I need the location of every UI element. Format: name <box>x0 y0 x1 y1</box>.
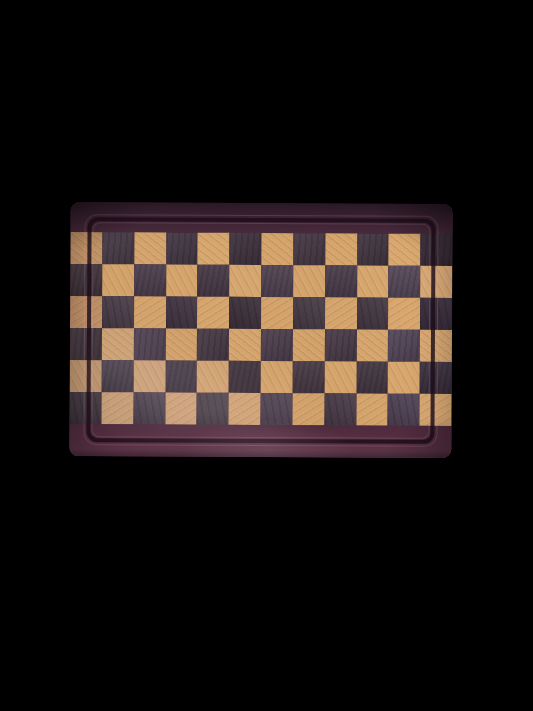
board-square-r3c4 <box>166 297 198 329</box>
board-square-r2c4 <box>166 265 198 297</box>
board-square-r2c2 <box>102 264 134 296</box>
board-square-r1c6 <box>229 233 261 265</box>
board-square-r5c5 <box>197 361 229 393</box>
board-square-r5c1 <box>70 360 102 392</box>
cutting-board <box>69 202 452 458</box>
board-square-r1c9 <box>325 233 357 265</box>
board-square-r3c9 <box>325 297 357 329</box>
board-square-r2c10 <box>357 266 389 298</box>
board-border-top <box>71 202 453 234</box>
photo-background <box>0 0 533 711</box>
board-square-r6c10 <box>356 393 388 425</box>
board-square-r6c11 <box>388 394 420 426</box>
board-square-r4c12 <box>420 330 452 362</box>
checkerboard-field <box>70 232 453 426</box>
board-square-r6c7 <box>261 393 293 425</box>
board-square-r2c7 <box>261 265 293 297</box>
board-square-r3c2 <box>102 296 134 328</box>
board-square-r1c3 <box>134 232 166 264</box>
board-square-r4c7 <box>261 329 293 361</box>
board-square-r1c12 <box>420 234 452 266</box>
board-square-r3c6 <box>229 297 261 329</box>
board-square-r4c2 <box>102 328 134 360</box>
board-square-r1c5 <box>198 233 230 265</box>
board-square-r5c4 <box>165 360 197 392</box>
board-square-r1c1 <box>70 232 102 264</box>
board-square-r4c5 <box>197 329 229 361</box>
board-square-r6c12 <box>420 394 452 426</box>
board-square-r5c9 <box>324 361 356 393</box>
board-square-r1c7 <box>261 233 293 265</box>
board-square-r5c2 <box>102 360 134 392</box>
board-square-r2c1 <box>70 264 102 296</box>
board-square-r4c10 <box>356 330 388 362</box>
board-square-r5c12 <box>420 362 452 394</box>
board-square-r3c3 <box>134 296 166 328</box>
board-square-r6c8 <box>292 393 324 425</box>
board-square-r4c1 <box>70 328 102 360</box>
board-square-r6c5 <box>197 393 229 425</box>
board-square-r3c8 <box>293 297 325 329</box>
board-square-r5c11 <box>388 362 420 394</box>
board-square-r5c10 <box>356 361 388 393</box>
board-square-r2c5 <box>198 265 230 297</box>
board-square-r6c2 <box>101 392 133 424</box>
board-square-r2c6 <box>229 265 261 297</box>
board-square-r2c8 <box>293 265 325 297</box>
board-square-r3c1 <box>70 296 102 328</box>
board-square-r6c6 <box>229 393 261 425</box>
board-square-r4c9 <box>324 329 356 361</box>
board-square-r3c12 <box>420 298 452 330</box>
board-square-r2c3 <box>134 264 166 296</box>
board-square-r2c12 <box>420 266 452 298</box>
board-border-bottom <box>69 424 451 458</box>
board-square-r1c8 <box>293 233 325 265</box>
board-square-r4c11 <box>388 330 420 362</box>
board-square-r6c1 <box>70 392 102 424</box>
board-square-r4c3 <box>133 328 165 360</box>
board-square-r3c7 <box>261 297 293 329</box>
board-square-r2c11 <box>388 266 420 298</box>
board-square-r5c3 <box>133 360 165 392</box>
board-square-r2c9 <box>325 265 357 297</box>
board-square-r1c11 <box>389 234 421 266</box>
board-square-r4c4 <box>165 328 197 360</box>
board-square-r1c10 <box>357 234 389 266</box>
board-square-r3c10 <box>357 298 389 330</box>
board-square-r5c7 <box>261 361 293 393</box>
board-square-r5c6 <box>229 361 261 393</box>
board-square-r4c6 <box>229 329 261 361</box>
board-square-r6c4 <box>165 392 197 424</box>
board-square-r6c3 <box>133 392 165 424</box>
board-square-r3c5 <box>197 297 229 329</box>
board-square-r1c2 <box>102 232 134 264</box>
board-square-r5c8 <box>292 361 324 393</box>
board-square-r4c8 <box>293 329 325 361</box>
board-square-r1c4 <box>166 233 198 265</box>
board-square-r6c9 <box>324 393 356 425</box>
board-square-r3c11 <box>388 298 420 330</box>
